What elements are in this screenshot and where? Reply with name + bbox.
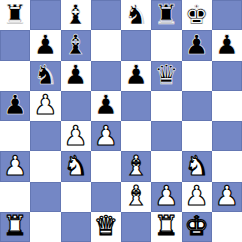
square-d3[interactable]: [91, 151, 121, 181]
piece-black-pawn[interactable]: ♟: [64, 61, 88, 88]
piece-white-bishop[interactable]: ♝: [124, 182, 148, 209]
square-h8[interactable]: [212, 0, 242, 30]
piece-black-pawn[interactable]: ♟: [185, 31, 209, 58]
piece-white-rook[interactable]: ♜: [3, 212, 27, 239]
piece-white-pawn[interactable]: ♟: [64, 122, 88, 149]
square-g5[interactable]: [182, 91, 212, 121]
square-g2[interactable]: ♟: [182, 182, 212, 212]
square-c8[interactable]: ♝: [61, 0, 91, 30]
piece-black-rook[interactable]: ♜: [154, 1, 178, 28]
square-c7[interactable]: ♝: [61, 30, 91, 60]
piece-white-king[interactable]: ♚: [185, 212, 209, 239]
square-g3[interactable]: ♞: [182, 151, 212, 181]
square-f3[interactable]: [151, 151, 181, 181]
piece-black-pawn[interactable]: ♟: [94, 91, 118, 118]
piece-white-knight[interactable]: ♞: [64, 152, 88, 179]
piece-white-rook[interactable]: ♜: [154, 212, 178, 239]
piece-white-pawn[interactable]: ♟: [3, 152, 27, 179]
square-f1[interactable]: ♜: [151, 212, 181, 242]
square-a3[interactable]: ♟: [0, 151, 30, 181]
piece-white-pawn[interactable]: ♟: [185, 182, 209, 209]
piece-white-knight[interactable]: ♞: [185, 152, 209, 179]
square-a2[interactable]: [0, 182, 30, 212]
piece-black-pawn[interactable]: ♟: [3, 91, 27, 118]
square-b6[interactable]: ♞: [30, 61, 60, 91]
square-c4[interactable]: ♟: [61, 121, 91, 151]
piece-black-knight[interactable]: ♞: [124, 1, 148, 28]
square-b7[interactable]: ♟: [30, 30, 60, 60]
square-g1[interactable]: ♚: [182, 212, 212, 242]
square-h6[interactable]: [212, 61, 242, 91]
square-b5[interactable]: ♟: [30, 91, 60, 121]
piece-white-pawn[interactable]: ♟: [94, 122, 118, 149]
square-a6[interactable]: [0, 61, 30, 91]
square-h5[interactable]: [212, 91, 242, 121]
square-d1[interactable]: ♛: [91, 212, 121, 242]
square-b4[interactable]: [30, 121, 60, 151]
square-f4[interactable]: [151, 121, 181, 151]
square-d4[interactable]: ♟: [91, 121, 121, 151]
piece-black-pawn[interactable]: ♟: [124, 61, 148, 88]
square-g8[interactable]: ♚: [182, 0, 212, 30]
square-d6[interactable]: [91, 61, 121, 91]
square-g6[interactable]: [182, 61, 212, 91]
piece-black-king[interactable]: ♚: [185, 1, 209, 28]
piece-black-pawn[interactable]: ♟: [33, 31, 57, 58]
square-e3[interactable]: ♝: [121, 151, 151, 181]
square-b3[interactable]: [30, 151, 60, 181]
square-b2[interactable]: [30, 182, 60, 212]
square-e6[interactable]: ♟: [121, 61, 151, 91]
piece-white-pawn[interactable]: ♟: [154, 182, 178, 209]
square-f6[interactable]: ♛: [151, 61, 181, 91]
square-e4[interactable]: [121, 121, 151, 151]
piece-black-knight[interactable]: ♞: [33, 61, 57, 88]
piece-white-queen[interactable]: ♛: [94, 212, 118, 239]
square-f7[interactable]: [151, 30, 181, 60]
piece-black-rook[interactable]: ♜: [3, 1, 27, 28]
square-a7[interactable]: [0, 30, 30, 60]
square-c5[interactable]: [61, 91, 91, 121]
square-e7[interactable]: [121, 30, 151, 60]
square-d5[interactable]: ♟: [91, 91, 121, 121]
square-a4[interactable]: [0, 121, 30, 151]
square-d7[interactable]: [91, 30, 121, 60]
square-f8[interactable]: ♜: [151, 0, 181, 30]
piece-black-bishop[interactable]: ♝: [64, 1, 88, 28]
square-d2[interactable]: [91, 182, 121, 212]
square-e8[interactable]: ♞: [121, 0, 151, 30]
piece-white-pawn[interactable]: ♟: [33, 91, 57, 118]
square-h3[interactable]: [212, 151, 242, 181]
piece-white-pawn[interactable]: ♟: [215, 182, 239, 209]
square-b1[interactable]: [30, 212, 60, 242]
square-d8[interactable]: [91, 0, 121, 30]
square-e2[interactable]: ♝: [121, 182, 151, 212]
piece-black-pawn[interactable]: ♟: [215, 31, 239, 58]
square-c6[interactable]: ♟: [61, 61, 91, 91]
square-g7[interactable]: ♟: [182, 30, 212, 60]
square-e5[interactable]: [121, 91, 151, 121]
square-h4[interactable]: [212, 121, 242, 151]
piece-black-bishop[interactable]: ♝: [64, 31, 88, 58]
piece-black-queen[interactable]: ♛: [154, 61, 178, 88]
square-g4[interactable]: [182, 121, 212, 151]
square-f2[interactable]: ♟: [151, 182, 181, 212]
chess-board: ♜♝♞♜♚♟♝♟♟♞♟♟♛♟♟♟♟♟♟♞♝♞♝♟♟♟♜♛♜♚: [0, 0, 242, 242]
piece-white-bishop[interactable]: ♝: [124, 152, 148, 179]
square-b8[interactable]: [30, 0, 60, 30]
square-h2[interactable]: ♟: [212, 182, 242, 212]
square-c1[interactable]: [61, 212, 91, 242]
square-a8[interactable]: ♜: [0, 0, 30, 30]
square-h7[interactable]: ♟: [212, 30, 242, 60]
square-a5[interactable]: ♟: [0, 91, 30, 121]
square-c2[interactable]: [61, 182, 91, 212]
square-e1[interactable]: [121, 212, 151, 242]
square-f5[interactable]: [151, 91, 181, 121]
square-c3[interactable]: ♞: [61, 151, 91, 181]
square-h1[interactable]: [212, 212, 242, 242]
square-a1[interactable]: ♜: [0, 212, 30, 242]
